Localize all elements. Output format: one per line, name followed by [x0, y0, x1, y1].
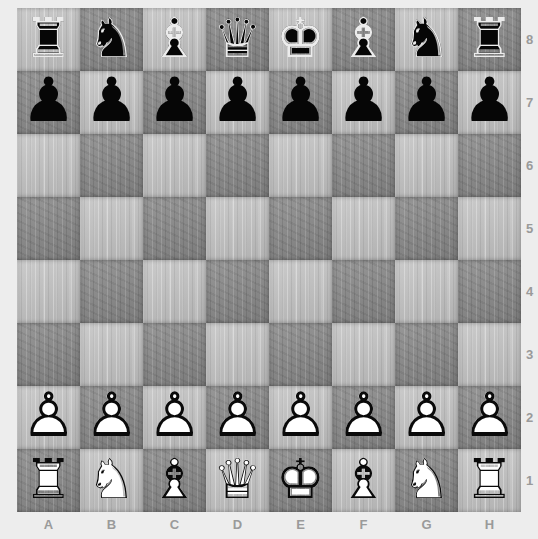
piece-black-pawn[interactable]: ♟	[80, 71, 143, 134]
pawn-glyph: ♟	[143, 71, 206, 129]
square-f2[interactable]: ♟♙	[332, 386, 395, 449]
rank-label-5: 5	[521, 197, 538, 260]
file-label-g: G	[395, 513, 458, 539]
bishop-outline-glyph: ♗	[143, 8, 206, 68]
file-label-a: A	[17, 513, 80, 539]
pawn-glyph: ♟	[17, 386, 80, 444]
bishop-glyph: ♝	[143, 449, 206, 509]
piece-black-pawn[interactable]: ♟	[332, 71, 395, 134]
rook-glyph: ♜	[458, 449, 521, 509]
square-a8[interactable]: ♜♖	[17, 8, 80, 71]
queen-glyph: ♛	[206, 449, 269, 509]
pawn-outline-glyph: ♙	[17, 386, 80, 444]
square-c1[interactable]: ♝♗	[143, 449, 206, 512]
square-e8[interactable]: ♚♔	[269, 8, 332, 71]
bishop-glyph: ♝	[332, 449, 395, 509]
knight-glyph: ♞	[395, 449, 458, 509]
queen-outline-glyph: ♕	[206, 449, 269, 509]
rank-labels: 87654321	[521, 8, 538, 512]
square-a3[interactable]	[17, 323, 80, 386]
file-label-f: F	[332, 513, 395, 539]
pawn-glyph: ♟	[395, 71, 458, 129]
chess-board[interactable]: ♜♖♞♘♝♗♛♕♚♔♝♗♞♘♜♖♟♟♟♟♟♟♟♟♟♙♟♙♟♙♟♙♟♙♟♙♟♙♟♙…	[17, 8, 521, 512]
square-b7[interactable]: ♟	[80, 71, 143, 134]
square-h7[interactable]: ♟	[458, 71, 521, 134]
square-e7[interactable]: ♟	[269, 71, 332, 134]
king-outline-glyph: ♔	[269, 449, 332, 509]
piece-black-pawn[interactable]: ♟	[17, 71, 80, 134]
queen-outline-glyph: ♕	[206, 8, 269, 68]
knight-outline-glyph: ♘	[80, 449, 143, 509]
pawn-glyph: ♟	[332, 386, 395, 444]
square-b6[interactable]	[80, 134, 143, 197]
square-g3[interactable]	[395, 323, 458, 386]
square-g1[interactable]: ♞♘	[395, 449, 458, 512]
piece-white-rook[interactable]: ♜♖	[17, 449, 80, 512]
square-a5[interactable]	[17, 197, 80, 260]
chess-app: ♜♖♞♘♝♗♛♕♚♔♝♗♞♘♜♖♟♟♟♟♟♟♟♟♟♙♟♙♟♙♟♙♟♙♟♙♟♙♟♙…	[0, 0, 538, 539]
square-e5[interactable]	[269, 197, 332, 260]
square-h5[interactable]	[458, 197, 521, 260]
king-glyph: ♚	[269, 8, 332, 68]
square-a6[interactable]	[17, 134, 80, 197]
rank-label-8: 8	[521, 8, 538, 71]
piece-black-bishop[interactable]: ♝♗	[143, 8, 206, 71]
rank-label-4: 4	[521, 260, 538, 323]
rank-label-2: 2	[521, 386, 538, 449]
king-outline-glyph: ♔	[269, 8, 332, 68]
knight-glyph: ♞	[395, 8, 458, 68]
square-h2[interactable]: ♟♙	[458, 386, 521, 449]
piece-black-pawn[interactable]: ♟	[395, 71, 458, 134]
square-a2[interactable]: ♟♙	[17, 386, 80, 449]
rank-label-1: 1	[521, 449, 538, 512]
piece-black-pawn[interactable]: ♟	[269, 71, 332, 134]
piece-white-king[interactable]: ♚♔	[269, 449, 332, 512]
square-d7[interactable]: ♟	[206, 71, 269, 134]
knight-outline-glyph: ♘	[395, 449, 458, 509]
square-d5[interactable]	[206, 197, 269, 260]
pawn-glyph: ♟	[17, 71, 80, 129]
pawn-outline-glyph: ♙	[458, 386, 521, 444]
piece-black-queen[interactable]: ♛♕	[206, 8, 269, 71]
piece-white-pawn[interactable]: ♟♙	[17, 386, 80, 449]
pawn-outline-glyph: ♙	[143, 386, 206, 444]
piece-white-knight[interactable]: ♞♘	[395, 449, 458, 512]
square-e6[interactable]	[269, 134, 332, 197]
knight-outline-glyph: ♘	[80, 8, 143, 68]
square-c4[interactable]	[143, 260, 206, 323]
square-c6[interactable]	[143, 134, 206, 197]
bishop-glyph: ♝	[143, 8, 206, 68]
piece-black-bishop[interactable]: ♝♗	[332, 8, 395, 71]
knight-outline-glyph: ♘	[395, 8, 458, 68]
piece-black-king[interactable]: ♚♔	[269, 8, 332, 71]
square-b3[interactable]	[80, 323, 143, 386]
square-f4[interactable]	[332, 260, 395, 323]
square-f3[interactable]	[332, 323, 395, 386]
bishop-glyph: ♝	[332, 8, 395, 68]
piece-black-pawn[interactable]: ♟	[143, 71, 206, 134]
piece-white-pawn[interactable]: ♟♙	[332, 386, 395, 449]
square-c5[interactable]	[143, 197, 206, 260]
square-a1[interactable]: ♜♖	[17, 449, 80, 512]
pawn-outline-glyph: ♙	[269, 386, 332, 444]
square-g5[interactable]	[395, 197, 458, 260]
bishop-outline-glyph: ♗	[143, 449, 206, 509]
pawn-glyph: ♟	[269, 71, 332, 129]
piece-black-pawn[interactable]: ♟	[458, 71, 521, 134]
square-f1[interactable]: ♝♗	[332, 449, 395, 512]
rank-label-7: 7	[521, 71, 538, 134]
square-b1[interactable]: ♞♘	[80, 449, 143, 512]
piece-white-pawn[interactable]: ♟♙	[80, 386, 143, 449]
pawn-outline-glyph: ♙	[206, 386, 269, 444]
piece-white-knight[interactable]: ♞♘	[80, 449, 143, 512]
square-d1[interactable]: ♛♕	[206, 449, 269, 512]
square-d4[interactable]	[206, 260, 269, 323]
piece-black-rook[interactable]: ♜♖	[17, 8, 80, 71]
piece-white-pawn[interactable]: ♟♙	[206, 386, 269, 449]
rank-label-3: 3	[521, 323, 538, 386]
square-g6[interactable]	[395, 134, 458, 197]
piece-black-knight[interactable]: ♞♘	[395, 8, 458, 71]
square-g2[interactable]: ♟♙	[395, 386, 458, 449]
pawn-glyph: ♟	[332, 71, 395, 129]
king-glyph: ♚	[269, 449, 332, 509]
square-d2[interactable]: ♟♙	[206, 386, 269, 449]
knight-glyph: ♞	[80, 8, 143, 68]
file-label-e: E	[269, 513, 332, 539]
square-e1[interactable]: ♚♔	[269, 449, 332, 512]
square-g7[interactable]: ♟	[395, 71, 458, 134]
square-e3[interactable]	[269, 323, 332, 386]
pawn-glyph: ♟	[80, 386, 143, 444]
pawn-glyph: ♟	[395, 386, 458, 444]
square-c8[interactable]: ♝♗	[143, 8, 206, 71]
square-b5[interactable]	[80, 197, 143, 260]
pawn-outline-glyph: ♙	[80, 386, 143, 444]
rook-outline-glyph: ♖	[458, 449, 521, 509]
square-c2[interactable]: ♟♙	[143, 386, 206, 449]
square-f8[interactable]: ♝♗	[332, 8, 395, 71]
square-c7[interactable]: ♟	[143, 71, 206, 134]
pawn-outline-glyph: ♙	[332, 386, 395, 444]
file-label-d: D	[206, 513, 269, 539]
rook-outline-glyph: ♖	[17, 449, 80, 509]
pawn-glyph: ♟	[458, 71, 521, 129]
square-a7[interactable]: ♟	[17, 71, 80, 134]
square-c3[interactable]	[143, 323, 206, 386]
rook-outline-glyph: ♖	[17, 8, 80, 68]
square-d6[interactable]	[206, 134, 269, 197]
square-f7[interactable]: ♟	[332, 71, 395, 134]
square-d8[interactable]: ♛♕	[206, 8, 269, 71]
piece-white-pawn[interactable]: ♟♙	[458, 386, 521, 449]
pawn-outline-glyph: ♙	[395, 386, 458, 444]
square-f5[interactable]	[332, 197, 395, 260]
piece-white-bishop[interactable]: ♝♗	[143, 449, 206, 512]
queen-glyph: ♛	[206, 8, 269, 68]
square-a4[interactable]	[17, 260, 80, 323]
square-b2[interactable]: ♟♙	[80, 386, 143, 449]
square-h1[interactable]: ♜♖	[458, 449, 521, 512]
bishop-outline-glyph: ♗	[332, 8, 395, 68]
piece-white-pawn[interactable]: ♟♙	[143, 386, 206, 449]
rook-outline-glyph: ♖	[458, 8, 521, 68]
pawn-glyph: ♟	[269, 386, 332, 444]
rook-glyph: ♜	[458, 8, 521, 68]
piece-white-rook[interactable]: ♜♖	[458, 449, 521, 512]
square-f6[interactable]	[332, 134, 395, 197]
square-h3[interactable]	[458, 323, 521, 386]
square-e4[interactable]	[269, 260, 332, 323]
square-b4[interactable]	[80, 260, 143, 323]
file-label-c: C	[143, 513, 206, 539]
piece-white-queen[interactable]: ♛♕	[206, 449, 269, 512]
pawn-glyph: ♟	[458, 386, 521, 444]
piece-white-pawn[interactable]: ♟♙	[395, 386, 458, 449]
file-label-b: B	[80, 513, 143, 539]
piece-white-pawn[interactable]: ♟♙	[269, 386, 332, 449]
pawn-glyph: ♟	[206, 386, 269, 444]
piece-black-rook[interactable]: ♜♖	[458, 8, 521, 71]
piece-white-bishop[interactable]: ♝♗	[332, 449, 395, 512]
rook-glyph: ♜	[17, 449, 80, 509]
piece-black-knight[interactable]: ♞♘	[80, 8, 143, 71]
square-h8[interactable]: ♜♖	[458, 8, 521, 71]
pawn-glyph: ♟	[206, 71, 269, 129]
piece-black-pawn[interactable]: ♟	[206, 71, 269, 134]
square-b8[interactable]: ♞♘	[80, 8, 143, 71]
square-e2[interactable]: ♟♙	[269, 386, 332, 449]
file-labels: ABCDEFGH	[17, 513, 521, 539]
square-d3[interactable]	[206, 323, 269, 386]
square-g8[interactable]: ♞♘	[395, 8, 458, 71]
pawn-glyph: ♟	[143, 386, 206, 444]
knight-glyph: ♞	[80, 449, 143, 509]
pawn-glyph: ♟	[80, 71, 143, 129]
bishop-outline-glyph: ♗	[332, 449, 395, 509]
square-h6[interactable]	[458, 134, 521, 197]
rook-glyph: ♜	[17, 8, 80, 68]
square-h4[interactable]	[458, 260, 521, 323]
rank-label-6: 6	[521, 134, 538, 197]
file-label-h: H	[458, 513, 521, 539]
square-g4[interactable]	[395, 260, 458, 323]
